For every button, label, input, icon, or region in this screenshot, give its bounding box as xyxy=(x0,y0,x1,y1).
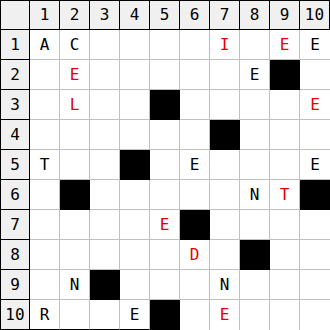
col-header: 7 xyxy=(210,0,240,30)
grid-cell[interactable] xyxy=(210,60,240,90)
grid-cell[interactable]: N xyxy=(240,180,270,210)
block-cell xyxy=(150,90,180,120)
row-header: 8 xyxy=(0,240,30,270)
grid-cell[interactable] xyxy=(240,30,270,60)
grid-cell[interactable] xyxy=(240,90,270,120)
grid-cell[interactable] xyxy=(270,270,300,300)
grid-cell[interactable]: E xyxy=(180,150,210,180)
grid-cell[interactable] xyxy=(120,240,150,270)
grid-cell[interactable] xyxy=(150,150,180,180)
grid-cell[interactable] xyxy=(90,300,120,330)
grid-cell[interactable] xyxy=(300,210,330,240)
row-header: 7 xyxy=(0,210,30,240)
grid-cell[interactable]: N xyxy=(60,270,90,300)
grid-cell[interactable] xyxy=(120,180,150,210)
grid-cell[interactable] xyxy=(120,210,150,240)
col-header: 5 xyxy=(150,0,180,30)
row-header: 1 xyxy=(0,30,30,60)
grid-cell[interactable] xyxy=(210,90,240,120)
grid-cell[interactable] xyxy=(90,150,120,180)
row-header: 2 xyxy=(0,60,30,90)
grid-cell[interactable] xyxy=(60,150,90,180)
grid-cell[interactable]: E xyxy=(120,300,150,330)
grid-cell[interactable]: C xyxy=(60,30,90,60)
col-header: 10 xyxy=(300,0,330,30)
grid-cell[interactable] xyxy=(90,60,120,90)
grid-cell[interactable] xyxy=(150,30,180,60)
grid-cell[interactable] xyxy=(180,60,210,90)
grid-cell[interactable] xyxy=(150,270,180,300)
block-cell xyxy=(60,180,90,210)
grid-cell[interactable] xyxy=(120,120,150,150)
grid-cell[interactable] xyxy=(300,270,330,300)
col-header: 1 xyxy=(30,0,60,30)
grid-cell[interactable] xyxy=(240,270,270,300)
grid-cell[interactable]: E xyxy=(300,30,330,60)
grid-cell[interactable]: E xyxy=(150,210,180,240)
row-header: 4 xyxy=(0,120,30,150)
grid-cell[interactable] xyxy=(60,300,90,330)
grid-cell[interactable] xyxy=(120,270,150,300)
col-header: 4 xyxy=(120,0,150,30)
crossword-board: 123456789101ACIEE2EE3LE45TEE6NT7E8D9NN10… xyxy=(0,0,330,330)
grid-cell[interactable]: I xyxy=(210,30,240,60)
grid-cell[interactable]: E xyxy=(60,60,90,90)
grid-cell[interactable]: L xyxy=(60,90,90,120)
corner-cell xyxy=(0,0,30,30)
block-cell xyxy=(270,60,300,90)
grid-cell[interactable] xyxy=(270,240,300,270)
grid-cell[interactable] xyxy=(90,90,120,120)
grid-cell[interactable]: E xyxy=(270,30,300,60)
grid-cell[interactable] xyxy=(300,60,330,90)
block-cell xyxy=(180,210,210,240)
grid-cell[interactable] xyxy=(210,210,240,240)
block-cell xyxy=(210,120,240,150)
grid-cell[interactable] xyxy=(120,30,150,60)
grid-cell[interactable] xyxy=(30,60,60,90)
grid-cell[interactable] xyxy=(210,180,240,210)
grid-cell[interactable] xyxy=(180,90,210,120)
grid-cell[interactable]: D xyxy=(180,240,210,270)
grid-cell[interactable] xyxy=(90,240,120,270)
grid-cell[interactable] xyxy=(150,60,180,90)
grid-cell[interactable] xyxy=(90,210,120,240)
grid-cell[interactable] xyxy=(150,180,180,210)
grid-cell[interactable] xyxy=(240,150,270,180)
grid-cell[interactable]: A xyxy=(30,30,60,60)
row-header: 3 xyxy=(0,90,30,120)
col-header: 2 xyxy=(60,0,90,30)
block-cell xyxy=(240,240,270,270)
grid-cell[interactable] xyxy=(60,120,90,150)
grid-cell[interactable] xyxy=(30,210,60,240)
grid-cell[interactable] xyxy=(180,300,210,330)
grid-cell[interactable] xyxy=(300,300,330,330)
grid-cell[interactable] xyxy=(60,210,90,240)
grid-cell[interactable] xyxy=(30,180,60,210)
grid-cell[interactable] xyxy=(90,180,120,210)
grid-cell[interactable] xyxy=(270,90,300,120)
grid-cell[interactable]: E xyxy=(300,150,330,180)
grid-cell[interactable]: T xyxy=(270,180,300,210)
grid-cell[interactable] xyxy=(120,60,150,90)
grid-cell[interactable] xyxy=(240,120,270,150)
grid-cell[interactable]: E xyxy=(210,300,240,330)
grid-cell[interactable] xyxy=(300,120,330,150)
row-header: 9 xyxy=(0,270,30,300)
grid-cell[interactable] xyxy=(210,150,240,180)
grid-cell[interactable] xyxy=(180,180,210,210)
grid-cell[interactable]: T xyxy=(30,150,60,180)
grid-cell[interactable] xyxy=(90,30,120,60)
grid-cell[interactable] xyxy=(30,240,60,270)
grid-cell[interactable]: E xyxy=(300,90,330,120)
grid-cell[interactable] xyxy=(270,120,300,150)
row-header: 10 xyxy=(0,300,30,330)
grid-cell[interactable]: N xyxy=(210,270,240,300)
grid-cell[interactable] xyxy=(240,210,270,240)
grid-cell[interactable] xyxy=(150,120,180,150)
row-header: 6 xyxy=(0,180,30,210)
col-header: 3 xyxy=(90,0,120,30)
grid-cell[interactable] xyxy=(30,120,60,150)
grid-cell[interactable] xyxy=(270,300,300,330)
grid-cell[interactable] xyxy=(30,270,60,300)
grid-cell[interactable] xyxy=(30,90,60,120)
grid-cell[interactable] xyxy=(180,120,210,150)
grid-cell[interactable]: E xyxy=(240,60,270,90)
grid-cell[interactable] xyxy=(270,150,300,180)
grid-cell[interactable] xyxy=(150,240,180,270)
col-header: 9 xyxy=(270,0,300,30)
block-cell xyxy=(150,300,180,330)
col-header: 6 xyxy=(180,0,210,30)
grid-cell[interactable] xyxy=(60,240,90,270)
grid-cell[interactable] xyxy=(300,240,330,270)
grid-cell[interactable] xyxy=(90,120,120,150)
grid-cell[interactable] xyxy=(180,30,210,60)
grid-cell[interactable] xyxy=(210,240,240,270)
grid-cell[interactable]: R xyxy=(30,300,60,330)
grid-cell[interactable] xyxy=(120,90,150,120)
block-cell xyxy=(90,270,120,300)
grid-cell[interactable] xyxy=(240,300,270,330)
row-header: 5 xyxy=(0,150,30,180)
col-header: 8 xyxy=(240,0,270,30)
block-cell xyxy=(300,180,330,210)
grid-cell[interactable] xyxy=(180,270,210,300)
block-cell xyxy=(120,150,150,180)
grid-cell[interactable] xyxy=(270,210,300,240)
